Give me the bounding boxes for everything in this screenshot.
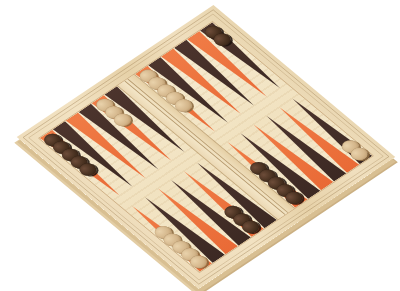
backgammon-board [17, 5, 395, 289]
playing-field [38, 21, 374, 273]
photo-canvas [0, 0, 400, 291]
board-perspective-wrap [17, 5, 395, 289]
